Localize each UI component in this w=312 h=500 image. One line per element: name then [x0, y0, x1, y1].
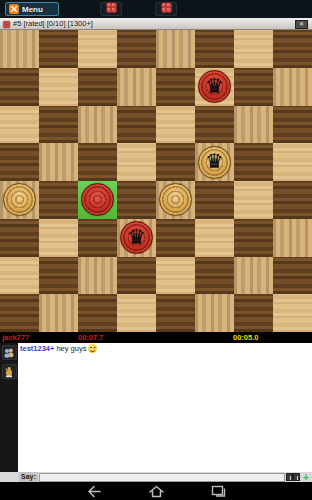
- board-square[interactable]: [156, 219, 195, 257]
- board-square[interactable]: [78, 30, 117, 68]
- board-square[interactable]: [39, 257, 78, 295]
- game-title: #5 [rated] [0/10] [1300+]: [13, 19, 93, 28]
- hand-icon: [3, 366, 15, 378]
- chat-widget-icon-2[interactable]: [293, 473, 300, 481]
- checkers-game-icon: [160, 1, 173, 17]
- board-square[interactable]: [117, 68, 156, 106]
- game-tab-2[interactable]: [155, 2, 177, 16]
- wooden-man-piece[interactable]: [3, 183, 36, 216]
- board-square[interactable]: [156, 106, 195, 144]
- chat-log[interactable]: test1234+ hey guys: [18, 343, 312, 472]
- chat-panel: test1234+ hey guys: [0, 343, 312, 472]
- board-square[interactable]: [117, 257, 156, 295]
- board-square[interactable]: [195, 257, 234, 295]
- board-square[interactable]: [117, 294, 156, 332]
- board-square[interactable]: [117, 106, 156, 144]
- board-square[interactable]: [234, 219, 273, 257]
- board-square[interactable]: [273, 257, 312, 295]
- board-square[interactable]: [0, 219, 39, 257]
- timer-bar: jack777 00:07.7 00:05.0: [0, 332, 312, 343]
- board-square[interactable]: [0, 181, 39, 219]
- checkers-game-icon: [105, 1, 118, 17]
- menu-button[interactable]: Menu: [5, 2, 59, 16]
- board-square[interactable]: [156, 30, 195, 68]
- chat-widget-icon-1[interactable]: [286, 473, 293, 481]
- board-square[interactable]: [273, 68, 312, 106]
- board-square[interactable]: [234, 294, 273, 332]
- board-square[interactable]: [195, 219, 234, 257]
- board-square[interactable]: [273, 143, 312, 181]
- users-icon: [3, 347, 15, 359]
- board-square[interactable]: [39, 68, 78, 106]
- chat-text: hey guys: [56, 344, 86, 353]
- game-tab-1[interactable]: [100, 2, 122, 16]
- board-square[interactable]: [39, 181, 78, 219]
- handshake-button[interactable]: [2, 364, 17, 379]
- red-king-piece[interactable]: ♛: [120, 221, 153, 254]
- board-square[interactable]: [39, 30, 78, 68]
- board-square[interactable]: [273, 106, 312, 144]
- board-square[interactable]: [0, 106, 39, 144]
- recents-button[interactable]: [211, 485, 227, 498]
- say-bar: Say: +: [0, 472, 312, 482]
- board-square[interactable]: [39, 143, 78, 181]
- red-man-piece[interactable]: [81, 183, 114, 216]
- crown-icon: ♛: [206, 151, 224, 171]
- board-square[interactable]: [273, 219, 312, 257]
- players-list-button[interactable]: [2, 345, 17, 360]
- chat-input[interactable]: [39, 473, 285, 482]
- back-icon: [85, 485, 102, 498]
- board-square[interactable]: [117, 181, 156, 219]
- crown-icon: ♛: [128, 227, 146, 247]
- board-square[interactable]: [78, 294, 117, 332]
- board-square[interactable]: [78, 68, 117, 106]
- board-square[interactable]: [0, 68, 39, 106]
- board-square[interactable]: ♛: [117, 219, 156, 257]
- board-square[interactable]: [156, 68, 195, 106]
- board-square[interactable]: [78, 257, 117, 295]
- game-title-bar: #5 [rated] [0/10] [1300+] ✕: [0, 18, 312, 30]
- add-emoticon-button[interactable]: +: [301, 472, 311, 482]
- chat-toolbar: [0, 343, 18, 472]
- chat-message: test1234+ hey guys: [20, 344, 310, 353]
- smiley-emoji-icon: [88, 344, 97, 353]
- board-square[interactable]: [234, 143, 273, 181]
- board-square[interactable]: [195, 181, 234, 219]
- back-button[interactable]: [85, 485, 102, 498]
- board-square[interactable]: [78, 143, 117, 181]
- board-square[interactable]: [78, 219, 117, 257]
- board-square[interactable]: [0, 143, 39, 181]
- board-square[interactable]: [117, 30, 156, 68]
- board-square[interactable]: [156, 294, 195, 332]
- board-square[interactable]: ♛: [195, 143, 234, 181]
- close-game-button[interactable]: ✕: [295, 20, 308, 29]
- board-square[interactable]: [273, 294, 312, 332]
- board-square[interactable]: [156, 143, 195, 181]
- say-label: Say:: [19, 472, 38, 482]
- board-square[interactable]: ♛: [195, 68, 234, 106]
- yellow-player-clock: 00:05.0: [233, 333, 258, 342]
- board-square[interactable]: [234, 68, 273, 106]
- home-icon: [148, 485, 165, 498]
- board-square[interactable]: [234, 257, 273, 295]
- board-square[interactable]: [117, 143, 156, 181]
- board-square[interactable]: [78, 181, 117, 219]
- board-square[interactable]: [195, 106, 234, 144]
- board-square[interactable]: [39, 294, 78, 332]
- board-square[interactable]: [195, 30, 234, 68]
- board-square[interactable]: [234, 181, 273, 219]
- board-square[interactable]: [156, 257, 195, 295]
- top-toolbar: Menu: [0, 0, 312, 18]
- red-king-piece[interactable]: ♛: [198, 70, 231, 103]
- chat-author: test1234+: [20, 344, 54, 353]
- app-screen: Menu: [0, 0, 312, 500]
- checkers-board: ♛♛♛: [0, 30, 312, 332]
- board-square[interactable]: [273, 181, 312, 219]
- red-player-name: jack777: [2, 333, 29, 342]
- board-square[interactable]: [156, 181, 195, 219]
- board-square[interactable]: [234, 106, 273, 144]
- board-square[interactable]: [39, 106, 78, 144]
- board-square[interactable]: [195, 294, 234, 332]
- recents-icon: [211, 485, 227, 498]
- red-player-clock: 00:07.7: [78, 333, 103, 342]
- board-square[interactable]: [39, 219, 78, 257]
- board-square[interactable]: [78, 106, 117, 144]
- wooden-man-piece[interactable]: [159, 183, 192, 216]
- home-button[interactable]: [148, 485, 165, 498]
- board-square[interactable]: [0, 294, 39, 332]
- wooden-king-piece[interactable]: ♛: [198, 146, 231, 179]
- board-square[interactable]: [234, 30, 273, 68]
- crown-icon: ♛: [206, 76, 224, 96]
- android-nav-bar: [0, 482, 312, 500]
- board-square[interactable]: [273, 30, 312, 68]
- board-square[interactable]: [0, 257, 39, 295]
- menu-button-label: Menu: [22, 5, 43, 14]
- board-square[interactable]: [0, 30, 39, 68]
